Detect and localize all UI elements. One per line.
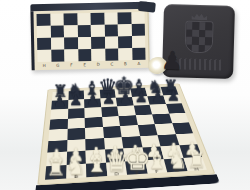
folded-board-square [50, 26, 64, 38]
folded-board-square [64, 49, 78, 61]
black-rook: ♜ [163, 78, 178, 95]
square-f2[interactable]: ♟ [142, 146, 164, 160]
folded-board-square [118, 24, 132, 36]
board-frame: ♜♞♝♛♚♝♞♜♟♟♟♟♟♟♟♟♟♟♟♟♟♟♟♟♜♞♝♛♚♝♞♜ ABCDEFG… [37, 83, 215, 185]
shield-square [205, 45, 212, 53]
square-g2[interactable]: ♟ [160, 145, 182, 158]
square-c5[interactable] [85, 117, 103, 128]
folded-board-square [118, 36, 132, 48]
square-a2[interactable]: ♟ [46, 152, 66, 166]
shield-square [205, 30, 212, 38]
file-label: E [78, 63, 92, 67]
square-d3[interactable] [103, 137, 123, 150]
file-label: H [38, 64, 52, 68]
folded-board-square [50, 14, 64, 26]
crown-icon [191, 13, 207, 20]
folded-board-grid [37, 12, 146, 62]
folded-board-square [78, 37, 92, 49]
folded-board-square [77, 25, 91, 37]
square-b5[interactable] [67, 118, 85, 129]
folded-board-square [37, 50, 51, 62]
square-d2[interactable]: ♟ [104, 149, 125, 163]
product-photo-stage: HGFEDCBA ♟ ♜♞♝♛♚♝♞♜♟♟♟♟♟♟♟♟♟♟♟♟♟♟♟♟♜♞♝♛♚… [0, 0, 250, 190]
square-b2[interactable]: ♟ [66, 151, 86, 165]
square-b6[interactable] [68, 108, 85, 118]
folded-board-square [37, 14, 51, 26]
folded-board-square [78, 49, 92, 61]
folded-board-square [105, 48, 119, 60]
file-label: F [65, 63, 79, 67]
square-d5[interactable] [102, 116, 120, 127]
main-chess-board: ♜♞♝♛♚♝♞♜♟♟♟♟♟♟♟♟♟♟♟♟♟♟♟♟♜♞♝♛♚♝♞♜ ABCDEFG… [37, 83, 215, 185]
folded-board-square [104, 24, 118, 36]
square-e5[interactable] [119, 115, 138, 126]
square-a4[interactable] [48, 129, 67, 141]
folded-board-square [51, 50, 65, 62]
file-label: B [66, 174, 87, 182]
square-e3[interactable] [122, 136, 142, 149]
black-piece-standing: ♟ [160, 47, 184, 73]
square-b3[interactable] [67, 139, 86, 152]
square-b1[interactable]: ♞ [66, 163, 87, 178]
folded-board-square [51, 38, 65, 50]
file-label: C [105, 62, 119, 66]
folded-board-back-half [138, 1, 156, 13]
shield-square [205, 37, 212, 45]
main-board-grid: ♜♞♝♛♚♝♞♜♟♟♟♟♟♟♟♟♟♟♟♟♟♟♟♟♜♞♝♛♚♝♞♜ [45, 86, 207, 179]
folded-board-square [64, 13, 78, 25]
folded-board-square [91, 25, 105, 37]
folded-board-square [37, 26, 51, 38]
folded-board-square [91, 13, 105, 25]
square-h2[interactable]: ♟ [179, 144, 202, 157]
folded-board-square [118, 48, 132, 60]
square-e4[interactable] [120, 125, 140, 137]
file-label: D [92, 63, 106, 67]
folded-board-square [132, 48, 146, 60]
file-label: G [51, 64, 65, 68]
folded-board-square [91, 49, 105, 61]
folded-board-square [105, 36, 119, 48]
folded-board-square [64, 25, 78, 37]
folded-board-square [118, 12, 132, 24]
folded-board-square [91, 37, 105, 49]
square-c4[interactable] [85, 127, 104, 139]
folded-board-square [77, 13, 91, 25]
black-knight: ♞ [68, 81, 84, 99]
checkered-shield-icon [184, 21, 213, 54]
folded-board-square [104, 12, 118, 24]
shield-square [205, 22, 212, 30]
folded-board-front-face: HGFEDCBA [30, 9, 149, 70]
square-c2[interactable]: ♟ [86, 150, 106, 164]
folded-board-square [37, 38, 51, 50]
folded-board-square [131, 24, 145, 36]
folded-board-square [64, 37, 78, 49]
folded-board-square [132, 36, 146, 48]
black-bishop: ♝ [84, 80, 101, 99]
folded-board-square [131, 12, 145, 24]
square-h7[interactable]: ♟ [163, 95, 182, 104]
square-h5[interactable] [169, 112, 189, 123]
embossed-crest [181, 13, 216, 54]
file-label: A [132, 62, 146, 66]
black-rook: ♜ [52, 83, 68, 100]
square-e2[interactable]: ♟ [123, 147, 144, 161]
file-label: B [119, 62, 133, 66]
folded-chess-board: HGFEDCBA [30, 2, 149, 70]
